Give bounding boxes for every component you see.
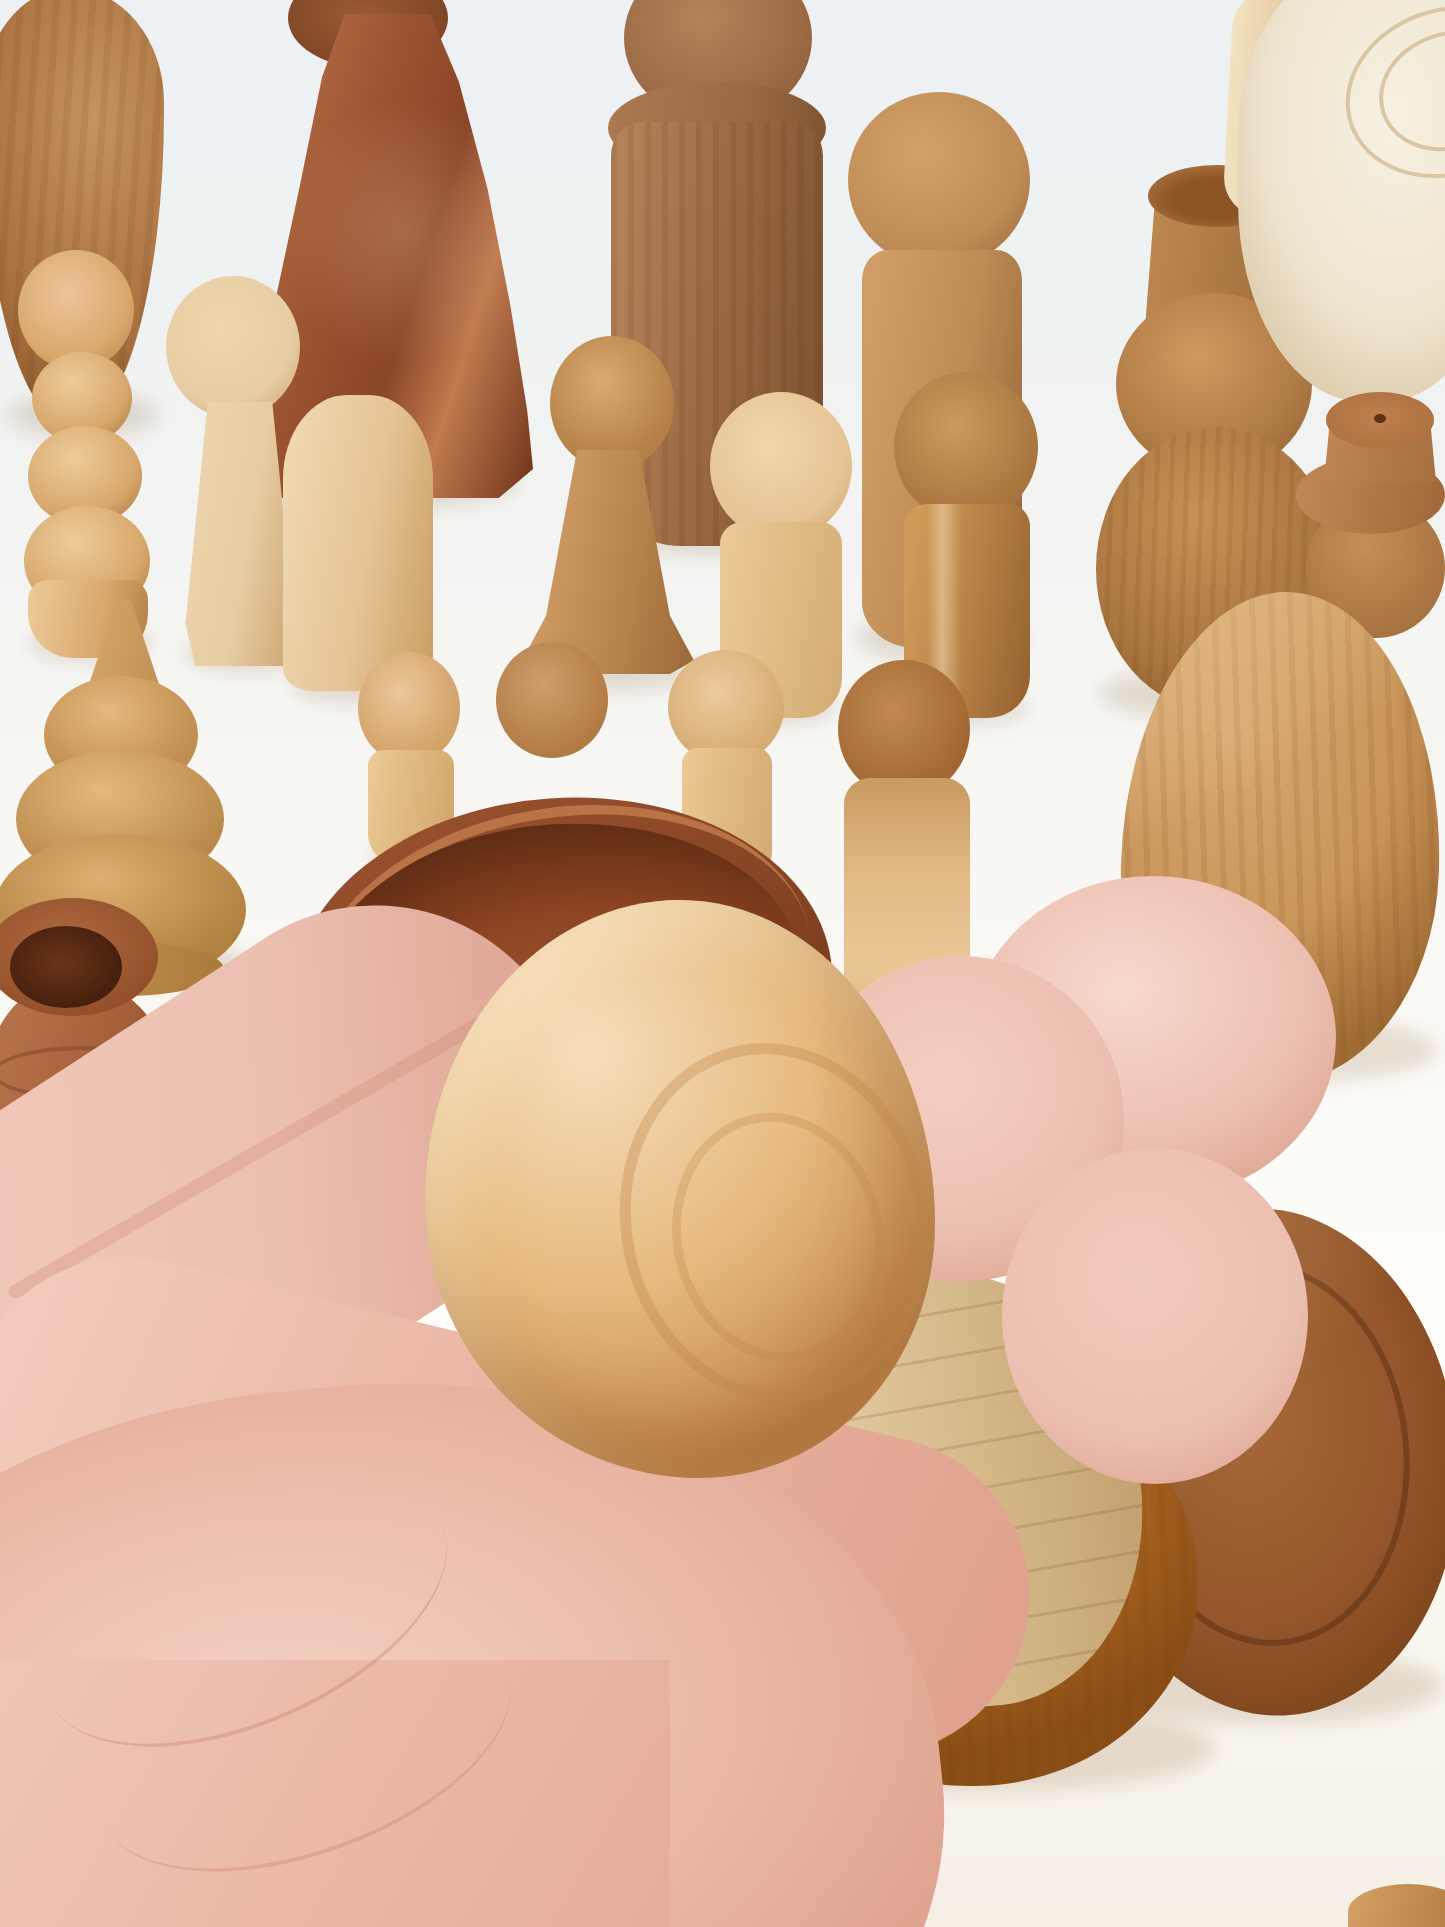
tan-doll-head [848,92,1030,268]
ringed-doll [16,250,166,658]
tiny1-head [358,652,460,764]
tiny3-head [668,650,784,764]
small-tan-head [894,372,1038,522]
tiny2-head [496,642,608,758]
dress-doll-head [550,336,674,470]
mid-cream-doll [283,395,433,691]
corner-piece [1348,1884,1445,1927]
vase-hole [10,926,122,1008]
wooden-dome [425,900,935,1478]
hand-fingertip-lower [1002,1148,1308,1484]
dress-doll-body [522,450,694,674]
cream-doll-head [166,276,300,418]
photo-scene [0,0,1445,1927]
spool-hole [1374,414,1386,423]
small-pale-head [710,392,852,540]
dress-doll [522,336,694,674]
